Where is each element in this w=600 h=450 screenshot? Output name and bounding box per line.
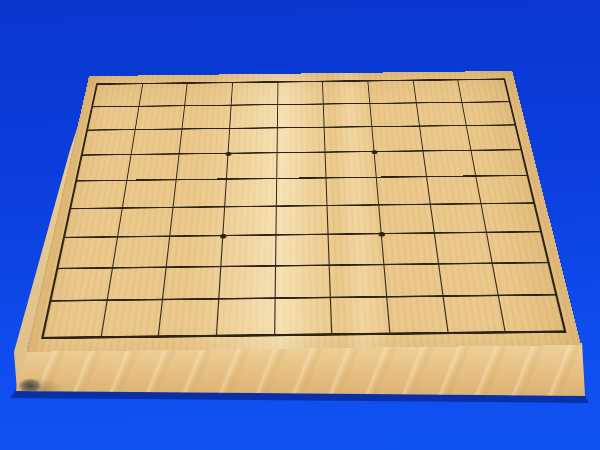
board-cell[interactable] <box>325 127 375 152</box>
board-cell[interactable] <box>423 151 477 178</box>
board-cell[interactable] <box>159 300 219 335</box>
photo-background <box>0 0 600 450</box>
board-cell[interactable] <box>276 206 329 236</box>
board-cell[interactable] <box>472 150 527 177</box>
board-cell[interactable] <box>482 204 540 234</box>
board-cell[interactable] <box>329 235 385 266</box>
board-cell[interactable] <box>431 204 488 234</box>
board-cell[interactable] <box>467 126 520 151</box>
board-cell[interactable] <box>167 236 223 267</box>
board-cell[interactable] <box>113 237 171 268</box>
board-cell[interactable] <box>180 129 230 154</box>
board-cell[interactable] <box>118 208 174 238</box>
board-cell[interactable] <box>93 84 143 107</box>
board-cell[interactable] <box>163 267 221 300</box>
board-cell[interactable] <box>487 233 547 264</box>
board-cell[interactable] <box>276 179 327 207</box>
board-cell[interactable] <box>439 264 500 297</box>
board-cell[interactable] <box>368 81 416 104</box>
board-wood-surface <box>27 71 581 352</box>
board-cell[interactable] <box>384 265 443 298</box>
board-cell[interactable] <box>102 301 164 336</box>
board-cell[interactable] <box>88 107 139 131</box>
board-cell[interactable] <box>493 263 555 296</box>
board-cell[interactable] <box>459 80 509 103</box>
board-cell[interactable] <box>170 207 225 237</box>
board-cell[interactable] <box>499 296 563 331</box>
board-cell[interactable] <box>326 152 377 179</box>
board-cell[interactable] <box>139 84 188 107</box>
board-cell[interactable] <box>417 103 468 127</box>
board-cell[interactable] <box>65 209 123 239</box>
board-cell[interactable] <box>275 266 331 299</box>
hoshi-star-point <box>378 232 385 237</box>
board-cell[interactable] <box>330 265 387 298</box>
board-cell[interactable] <box>323 82 370 105</box>
board-cell[interactable] <box>232 83 279 106</box>
board-top-face <box>27 71 581 352</box>
board-cell[interactable] <box>276 235 330 266</box>
board-cell[interactable] <box>375 151 427 178</box>
board-cell[interactable] <box>131 130 182 155</box>
board-cell[interactable] <box>328 205 382 235</box>
board-cell[interactable] <box>420 126 472 151</box>
board-cell[interactable] <box>278 104 325 128</box>
board-cell[interactable] <box>225 179 277 207</box>
board-cell[interactable] <box>370 103 419 127</box>
board-cell[interactable] <box>127 154 180 181</box>
board-cell[interactable] <box>83 130 136 155</box>
board-cell[interactable] <box>278 82 324 105</box>
board-cell[interactable] <box>379 205 434 235</box>
board-cell[interactable] <box>275 299 333 334</box>
board-grid[interactable] <box>41 78 567 339</box>
shogi-board <box>0 0 600 450</box>
board-cell[interactable] <box>217 299 275 334</box>
board-cell[interactable] <box>477 176 534 204</box>
board-cell[interactable] <box>44 301 107 336</box>
board-cell[interactable] <box>324 104 372 128</box>
board-cell[interactable] <box>277 153 327 180</box>
board-cell[interactable] <box>372 127 423 152</box>
board-cell[interactable] <box>227 153 277 180</box>
board-cell[interactable] <box>174 180 227 208</box>
board-cell[interactable] <box>185 83 233 106</box>
board-cell[interactable] <box>382 234 439 265</box>
board-cell[interactable] <box>331 298 390 333</box>
board-cell[interactable] <box>427 177 482 205</box>
board-cell[interactable] <box>387 297 448 332</box>
board-cell[interactable] <box>277 128 326 153</box>
board-cell[interactable] <box>177 154 229 181</box>
board-cell[interactable] <box>229 128 278 153</box>
board-cell[interactable] <box>463 102 515 126</box>
hoshi-star-point <box>371 150 377 154</box>
board-cell[interactable] <box>221 236 276 267</box>
board-cell[interactable] <box>135 106 185 130</box>
board-cell[interactable] <box>377 177 431 205</box>
board-cell[interactable] <box>183 106 232 130</box>
board-cell[interactable] <box>71 181 127 209</box>
board-cell[interactable] <box>443 296 506 331</box>
board-cell[interactable] <box>122 180 176 208</box>
board-cell[interactable] <box>51 269 112 302</box>
board-cell[interactable] <box>223 207 276 237</box>
board-cell[interactable] <box>435 233 494 264</box>
board-cell[interactable] <box>107 268 167 301</box>
board-cell[interactable] <box>413 80 462 103</box>
board-cell[interactable] <box>58 238 117 269</box>
board-cell[interactable] <box>327 178 379 206</box>
board-cell[interactable] <box>219 267 275 300</box>
board-cell[interactable] <box>77 155 131 182</box>
board-cell[interactable] <box>230 105 278 129</box>
